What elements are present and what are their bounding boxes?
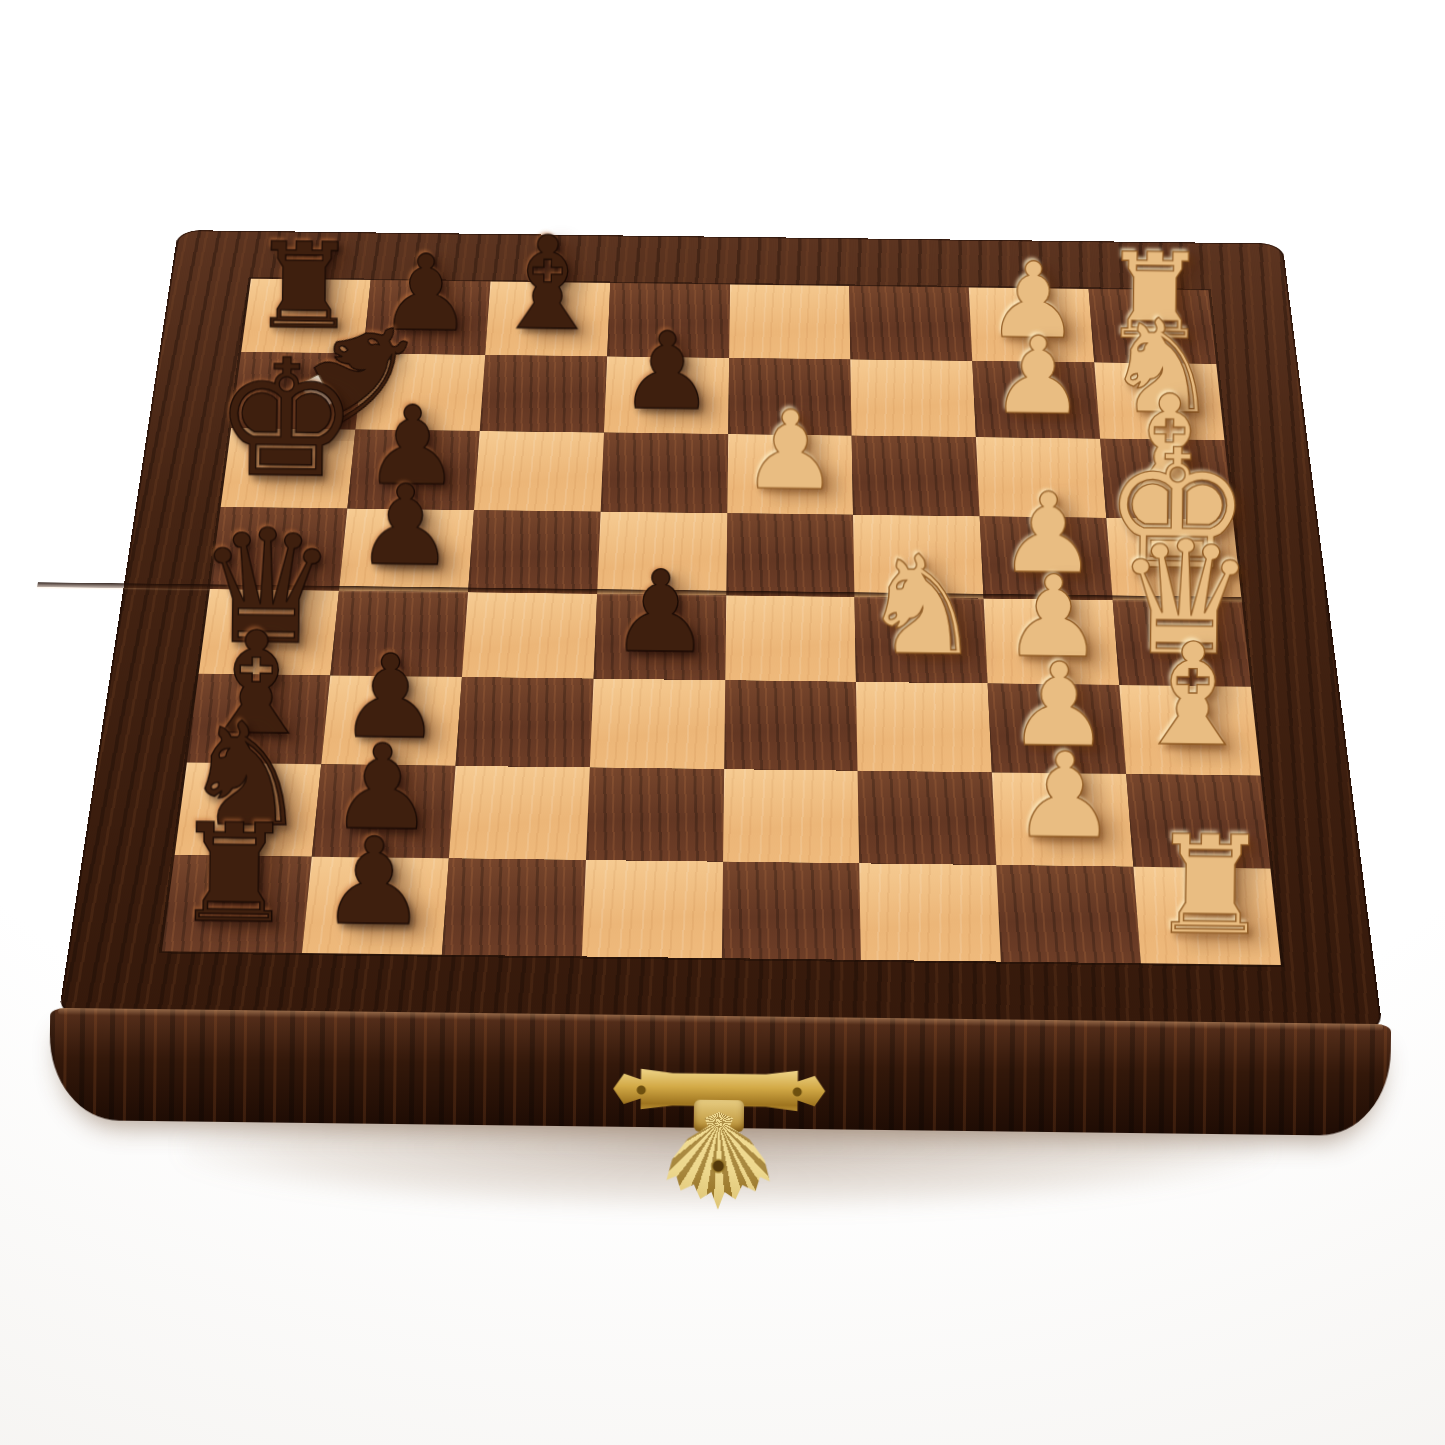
square-d6[interactable] [462,592,597,679]
square-a5[interactable] [582,860,723,958]
square-f6[interactable] [474,431,604,512]
square-e7[interactable]: ♟ [339,508,474,592]
perspective-wrapper: ♜♟♝♟♜♞♟♟♞♚♟♟♝♟♟♚♛♟♞♟♛♝♟♟♝♞♟♟♜♟♜ [0,0,1445,1445]
square-e6[interactable] [468,510,600,594]
black-rook-a8[interactable]: ♜ [173,809,296,939]
square-a6[interactable] [442,858,586,956]
white-rook-a1[interactable]: ♜ [1149,821,1272,951]
square-d4[interactable] [725,595,857,682]
square-b4[interactable] [723,769,860,863]
square-c6[interactable] [455,677,593,767]
square-h6[interactable]: ♝ [485,282,610,357]
board-grid[interactable]: ♜♟♝♟♜♞♟♟♞♚♟♟♝♟♟♚♛♟♞♟♛♝♟♟♝♞♟♟♜♟♜ [162,279,1281,965]
square-c1[interactable]: ♝ [1119,685,1260,776]
square-h3[interactable] [849,286,972,361]
square-f3[interactable] [852,436,980,517]
folding-chess-set: ♜♟♝♟♜♞♟♟♞♚♟♟♝♟♟♚♛♟♞♟♛♝♟♟♝♞♟♟♜♟♜ [0,0,1445,1445]
white-bishop-c1[interactable]: ♝ [1129,627,1257,763]
white-knight-d3[interactable]: ♞ [860,540,984,671]
square-g6[interactable] [479,355,606,433]
square-a4[interactable] [721,862,861,960]
square-a1[interactable]: ♜ [1133,867,1280,965]
square-c3[interactable] [856,682,992,772]
black-pawn-e7[interactable]: ♟ [355,474,455,580]
black-bishop-h6[interactable]: ♝ [489,222,606,346]
black-pawn-d5[interactable]: ♟ [609,560,711,668]
square-g3[interactable] [851,359,977,437]
square-f4[interactable]: ♟ [727,434,854,515]
square-b6[interactable] [449,766,590,860]
square-g5[interactable]: ♟ [604,356,729,434]
black-king-f8[interactable]: ♚ [213,342,360,498]
square-b3[interactable] [858,771,997,865]
black-pawn-a7[interactable]: ♟ [319,825,428,940]
square-e4[interactable] [726,513,855,597]
square-c5[interactable] [589,679,724,769]
square-b2[interactable]: ♟ [992,773,1133,867]
square-d3[interactable]: ♞ [855,597,988,684]
chess-board-top: ♜♟♝♟♜♞♟♟♞♚♟♟♝♟♟♚♛♟♞♟♛♝♟♟♝♞♟♟♜♟♜ [58,230,1383,1033]
square-h4[interactable] [729,284,851,359]
white-pawn-f4[interactable]: ♟ [741,399,840,503]
white-pawn-b2[interactable]: ♟ [1012,740,1119,853]
white-pawn-g2[interactable]: ♟ [990,325,1087,427]
square-d5[interactable]: ♟ [593,594,726,681]
square-a7[interactable]: ♟ [302,857,449,955]
square-c4[interactable] [724,680,858,770]
product-photo-scene: ♜♟♝♟♜♞♟♟♞♚♟♟♝♟♟♚♛♟♞♟♛♝♟♟♝♞♟♟♜♟♜ [0,0,1445,1445]
square-g2[interactable]: ♟ [972,361,1100,439]
square-a2[interactable] [997,865,1141,963]
square-f5[interactable] [600,432,727,513]
square-b5[interactable] [586,768,724,862]
square-a3[interactable] [860,863,1002,961]
black-pawn-g5[interactable]: ♟ [618,321,715,423]
square-a8[interactable]: ♜ [162,855,312,953]
